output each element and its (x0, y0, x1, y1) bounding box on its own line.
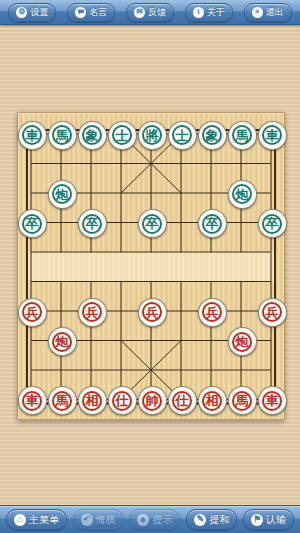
piece-glyph: 炮 (232, 332, 252, 352)
piece-glyph: 卒 (82, 214, 102, 234)
black-cannon[interactable]: 炮 (228, 180, 257, 209)
black-advisor[interactable]: 士 (168, 121, 197, 150)
piece-glyph: 卒 (262, 214, 282, 234)
bottom-toolbar: ⌂ 主菜单 ↶ 悔棋 提示 ✎ 提和 ⚑ 认输 (0, 505, 300, 533)
info-icon: i (193, 7, 204, 18)
red-soldier[interactable]: 兵 (18, 298, 47, 327)
black-soldier[interactable]: 卒 (78, 209, 107, 238)
undo-icon: ↶ (81, 514, 93, 526)
piece-glyph: 馬 (232, 391, 252, 411)
piece-glyph: 仕 (112, 391, 132, 411)
red-soldier[interactable]: 兵 (198, 298, 227, 327)
red-general[interactable]: 帥 (138, 386, 167, 415)
black-cannon[interactable]: 炮 (48, 180, 77, 209)
piece-glyph: 兵 (262, 302, 282, 322)
piece-glyph: 相 (82, 391, 102, 411)
red-cannon[interactable]: 炮 (228, 327, 257, 356)
piece-glyph: 車 (262, 391, 282, 411)
red-chariot[interactable]: 車 (18, 386, 47, 415)
feedback-label: 反馈 (148, 6, 166, 19)
black-elephant[interactable]: 象 (198, 121, 227, 150)
piece-glyph: 馬 (52, 125, 72, 145)
piece-glyph: 相 (202, 391, 222, 411)
piece-glyph: 車 (262, 125, 282, 145)
resign-button[interactable]: ⚑ 认输 (243, 509, 294, 530)
hint-label: 提示 (152, 513, 172, 527)
top-toolbar: ⚙ 设置 名言 ✉ 反馈 i 关于 × 退出 (0, 0, 300, 25)
piece-glyph: 士 (172, 125, 192, 145)
gear-icon: ⚙ (16, 7, 27, 18)
piece-glyph: 卒 (22, 214, 42, 234)
red-cannon[interactable]: 炮 (48, 327, 77, 356)
flag-icon: ⚑ (251, 514, 263, 526)
black-chariot[interactable]: 車 (258, 121, 287, 150)
red-soldier[interactable]: 兵 (258, 298, 287, 327)
speech-bubble-icon (75, 7, 86, 18)
envelope-icon: ✉ (134, 7, 145, 18)
red-horse[interactable]: 馬 (228, 386, 257, 415)
black-chariot[interactable]: 車 (18, 121, 47, 150)
piece-glyph: 卒 (142, 214, 162, 234)
piece-glyph: 炮 (52, 184, 72, 204)
piece-glyph: 仕 (172, 391, 192, 411)
piece-glyph: 車 (22, 391, 42, 411)
bell-icon (137, 514, 149, 526)
red-horse[interactable]: 馬 (48, 386, 77, 415)
red-elephant[interactable]: 相 (78, 386, 107, 415)
piece-glyph: 象 (82, 125, 102, 145)
black-horse[interactable]: 馬 (48, 121, 77, 150)
quotes-button[interactable]: 名言 (67, 3, 115, 22)
red-chariot[interactable]: 車 (258, 386, 287, 415)
piece-glyph: 兵 (82, 302, 102, 322)
feedback-button[interactable]: ✉ 反馈 (126, 3, 174, 22)
home-icon: ⌂ (14, 514, 26, 526)
piece-glyph: 象 (202, 125, 222, 145)
exit-label: 退出 (266, 6, 284, 19)
piece-glyph: 卒 (202, 214, 222, 234)
draw-label: 提和 (209, 513, 229, 527)
close-icon: × (252, 7, 263, 18)
red-soldier[interactable]: 兵 (138, 298, 167, 327)
about-button[interactable]: i 关于 (185, 3, 233, 22)
xiangqi-app: ⚙ 设置 名言 ✉ 反馈 i 关于 × 退出 (0, 0, 300, 533)
draw-button[interactable]: ✎ 提和 (186, 509, 237, 530)
pieces-layer: 車馬象士將士象馬車炮炮卒卒卒卒卒兵兵兵兵兵炮炮車馬相仕帥仕相馬車 (18, 113, 284, 419)
undo-button[interactable]: ↶ 悔棋 (73, 509, 124, 530)
red-advisor[interactable]: 仕 (168, 386, 197, 415)
black-elephant[interactable]: 象 (78, 121, 107, 150)
about-label: 关于 (207, 6, 225, 19)
piece-glyph: 帥 (142, 391, 162, 411)
black-advisor[interactable]: 士 (108, 121, 137, 150)
piece-glyph: 兵 (202, 302, 222, 322)
piece-glyph: 兵 (22, 302, 42, 322)
black-horse[interactable]: 馬 (228, 121, 257, 150)
undo-label: 悔棋 (96, 513, 116, 527)
black-soldier[interactable]: 卒 (18, 209, 47, 238)
black-soldier[interactable]: 卒 (138, 209, 167, 238)
piece-glyph: 炮 (52, 332, 72, 352)
black-general[interactable]: 將 (138, 121, 167, 150)
red-elephant[interactable]: 相 (198, 386, 227, 415)
piece-glyph: 車 (22, 125, 42, 145)
xiangqi-board[interactable]: 車馬象士將士象馬車炮炮卒卒卒卒卒兵兵兵兵兵炮炮車馬相仕帥仕相馬車 (17, 112, 285, 420)
piece-glyph: 馬 (52, 391, 72, 411)
settings-button[interactable]: ⚙ 设置 (8, 3, 56, 22)
pencil-icon: ✎ (194, 514, 206, 526)
hint-button[interactable]: 提示 (129, 509, 180, 530)
piece-glyph: 炮 (232, 184, 252, 204)
piece-glyph: 馬 (232, 125, 252, 145)
settings-label: 设置 (30, 6, 48, 19)
quotes-label: 名言 (89, 6, 107, 19)
piece-glyph: 兵 (142, 302, 162, 322)
piece-glyph: 士 (112, 125, 132, 145)
main-menu-button[interactable]: ⌂ 主菜单 (6, 509, 67, 530)
resign-label: 认输 (266, 513, 286, 527)
red-soldier[interactable]: 兵 (78, 298, 107, 327)
black-soldier[interactable]: 卒 (198, 209, 227, 238)
exit-button[interactable]: × 退出 (244, 3, 292, 22)
piece-glyph: 將 (142, 125, 162, 145)
main-menu-label: 主菜单 (29, 513, 59, 527)
black-soldier[interactable]: 卒 (258, 209, 287, 238)
red-advisor[interactable]: 仕 (108, 386, 137, 415)
